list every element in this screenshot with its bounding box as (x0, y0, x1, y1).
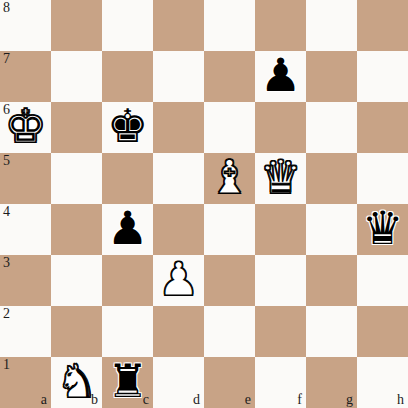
square-h2[interactable] (357, 306, 408, 357)
square-c2[interactable] (102, 306, 153, 357)
square-f3[interactable] (255, 255, 306, 306)
rank-label-4: 4 (3, 205, 10, 219)
square-a2[interactable]: 2 (0, 306, 51, 357)
file-label-a: a (41, 393, 47, 407)
square-d1[interactable]: d (153, 357, 204, 408)
square-f8[interactable] (255, 0, 306, 51)
square-g6[interactable] (306, 102, 357, 153)
square-b1[interactable]: b♞ (51, 357, 102, 408)
file-label-e: e (245, 393, 251, 407)
square-h5[interactable] (357, 153, 408, 204)
file-label-f: f (297, 393, 302, 407)
square-e5[interactable]: ♝ (204, 153, 255, 204)
square-h8[interactable] (357, 0, 408, 51)
square-f5[interactable]: ♛ (255, 153, 306, 204)
square-c5[interactable] (102, 153, 153, 204)
square-g3[interactable] (306, 255, 357, 306)
white-knight[interactable]: ♞ (56, 356, 97, 407)
square-c8[interactable] (102, 0, 153, 51)
square-a8[interactable]: 8 (0, 0, 51, 51)
rank-label-7: 7 (3, 52, 10, 66)
square-e2[interactable] (204, 306, 255, 357)
square-a1[interactable]: 1a (0, 357, 51, 408)
square-a7[interactable]: 7 (0, 51, 51, 102)
black-rook[interactable]: ♜ (107, 356, 148, 407)
black-queen[interactable]: ♛ (362, 203, 403, 254)
square-b2[interactable] (51, 306, 102, 357)
white-bishop[interactable]: ♝ (209, 152, 250, 203)
square-c7[interactable] (102, 51, 153, 102)
square-e4[interactable] (204, 204, 255, 255)
square-b5[interactable] (51, 153, 102, 204)
square-e7[interactable] (204, 51, 255, 102)
square-g8[interactable] (306, 0, 357, 51)
square-f7[interactable]: ♟ (255, 51, 306, 102)
square-d4[interactable] (153, 204, 204, 255)
square-d5[interactable] (153, 153, 204, 204)
square-c3[interactable] (102, 255, 153, 306)
rank-label-3: 3 (3, 256, 10, 270)
square-c6[interactable]: ♚ (102, 102, 153, 153)
square-d8[interactable] (153, 0, 204, 51)
black-pawn[interactable]: ♟ (107, 203, 148, 254)
white-king[interactable]: ♚ (5, 101, 46, 152)
square-h7[interactable] (357, 51, 408, 102)
square-g2[interactable] (306, 306, 357, 357)
square-g1[interactable]: g (306, 357, 357, 408)
square-a6[interactable]: 6♚ (0, 102, 51, 153)
square-h4[interactable]: ♛ (357, 204, 408, 255)
square-a4[interactable]: 4 (0, 204, 51, 255)
rank-label-5: 5 (3, 154, 10, 168)
square-b4[interactable] (51, 204, 102, 255)
square-c1[interactable]: c♜ (102, 357, 153, 408)
white-queen[interactable]: ♛ (260, 152, 301, 203)
square-g5[interactable] (306, 153, 357, 204)
square-f4[interactable] (255, 204, 306, 255)
square-g7[interactable] (306, 51, 357, 102)
square-b7[interactable] (51, 51, 102, 102)
white-pawn[interactable]: ♟ (158, 254, 199, 305)
rank-label-8: 8 (3, 1, 10, 15)
square-h1[interactable]: h (357, 357, 408, 408)
square-a5[interactable]: 5 (0, 153, 51, 204)
file-label-g: g (346, 393, 353, 407)
square-a3[interactable]: 3 (0, 255, 51, 306)
square-e3[interactable] (204, 255, 255, 306)
square-d2[interactable] (153, 306, 204, 357)
square-b8[interactable] (51, 0, 102, 51)
square-h6[interactable] (357, 102, 408, 153)
square-b6[interactable] (51, 102, 102, 153)
square-e8[interactable] (204, 0, 255, 51)
square-e1[interactable]: e (204, 357, 255, 408)
square-d3[interactable]: ♟ (153, 255, 204, 306)
square-h3[interactable] (357, 255, 408, 306)
file-label-h: h (397, 393, 404, 407)
square-g4[interactable] (306, 204, 357, 255)
square-e6[interactable] (204, 102, 255, 153)
chess-board: 87♟6♚♚5♝♛4♟♛3♟21ab♞c♜defgh (0, 0, 408, 408)
square-f6[interactable] (255, 102, 306, 153)
square-b3[interactable] (51, 255, 102, 306)
rank-label-2: 2 (3, 307, 10, 321)
square-c4[interactable]: ♟ (102, 204, 153, 255)
square-f2[interactable] (255, 306, 306, 357)
black-pawn[interactable]: ♟ (260, 50, 301, 101)
square-f1[interactable]: f (255, 357, 306, 408)
square-d6[interactable] (153, 102, 204, 153)
square-d7[interactable] (153, 51, 204, 102)
black-king[interactable]: ♚ (107, 101, 148, 152)
file-label-d: d (193, 393, 200, 407)
rank-label-1: 1 (3, 358, 10, 372)
